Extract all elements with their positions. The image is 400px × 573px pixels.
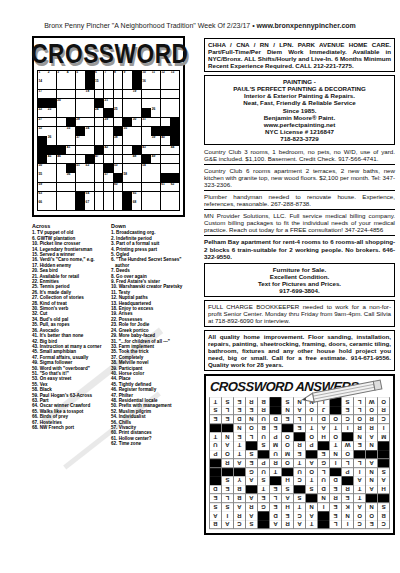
answer-cell: O (222, 451, 234, 459)
grid-cell[interactable]: 46 (57, 155, 66, 164)
grid-cell[interactable] (142, 136, 151, 145)
cell-number: 11 (152, 71, 155, 74)
cell-number: 45 (48, 155, 52, 158)
answer-cell: W (342, 442, 354, 450)
grid-cell[interactable] (47, 164, 56, 173)
answer-cell: C (234, 521, 246, 529)
grid-cell[interactable] (132, 164, 141, 173)
grid-cell[interactable] (114, 201, 123, 210)
grid-cell[interactable] (76, 146, 85, 155)
answer-black-cell (282, 424, 294, 432)
grid-cell[interactable] (114, 90, 123, 99)
grid-cell[interactable] (76, 173, 85, 182)
answers-box: CROSSWORD ANSWERS CECILTARASCABBOONEACED… (204, 374, 395, 534)
grid-cell[interactable]: 7 (104, 71, 113, 80)
grid-cell[interactable]: 66 (38, 201, 47, 210)
grid-cell[interactable] (132, 108, 141, 117)
grid-cell[interactable] (57, 80, 66, 89)
grid-cell[interactable]: 25 (114, 108, 123, 117)
grid-cell[interactable] (76, 90, 85, 99)
grid-cell[interactable] (142, 201, 151, 210)
grid-cell[interactable] (104, 127, 113, 136)
grid-cell[interactable]: 40 (161, 136, 170, 145)
grid-cell[interactable]: 33 (66, 127, 75, 136)
answer-cell: C (378, 521, 390, 529)
grid-cell[interactable]: 34 (85, 127, 94, 136)
grid-cell[interactable] (151, 80, 160, 89)
grid-cell[interactable] (95, 118, 104, 127)
grid-cell[interactable]: 45 (47, 155, 56, 164)
grid-cell[interactable] (114, 118, 123, 127)
cell-number: 61 (161, 183, 165, 186)
grid-cell[interactable] (95, 164, 104, 173)
grid-cell[interactable] (142, 127, 151, 136)
grid-cell[interactable] (170, 201, 179, 210)
answer-cell: J (318, 407, 330, 415)
grid-cell[interactable] (104, 192, 113, 201)
grid-cell[interactable]: 20 (57, 99, 66, 108)
grid-cell[interactable]: 67 (85, 201, 94, 210)
cell-number: 32 (38, 127, 42, 130)
grid-cell[interactable]: 8 (114, 71, 123, 80)
black-cell (66, 118, 75, 127)
grid-cell[interactable] (57, 118, 66, 127)
answer-cell: I (342, 521, 354, 529)
grid-cell[interactable] (151, 146, 160, 155)
answer-cell: A (234, 459, 246, 467)
grid-cell[interactable] (170, 99, 179, 108)
grid-cell[interactable]: 24 (95, 108, 104, 117)
answer-cell: A (210, 512, 222, 520)
grid-cell[interactable]: 4 (66, 71, 75, 80)
grid-cell[interactable] (57, 173, 66, 182)
answer-cell: E (294, 424, 306, 432)
answer-cell: E (354, 442, 366, 450)
grid-cell[interactable]: 16 (142, 80, 151, 89)
grid-cell[interactable] (132, 136, 141, 145)
grid-cell[interactable] (47, 192, 56, 201)
answer-cell: R (270, 459, 282, 467)
cell-number: 15 (95, 80, 99, 83)
answer-cell: E (234, 407, 246, 415)
cell-number: 16 (142, 80, 146, 83)
grid-cell[interactable]: 53 (114, 164, 123, 173)
answer-cell: U (258, 416, 270, 424)
answer-black-cell (306, 494, 318, 502)
answers-title: CROSSWORD ANSWERS (209, 379, 390, 394)
ad-line: Interior & Exterior Painting & Repairs. (208, 92, 391, 99)
across-clues: Across 1. TV puppet of old6. GWTW planta… (32, 223, 106, 447)
grid-cell[interactable]: 58 (123, 173, 132, 182)
grid-cell[interactable] (151, 164, 160, 173)
grid-cell[interactable] (66, 108, 75, 117)
grid-cell[interactable]: 39 (151, 136, 160, 145)
grid-cell[interactable] (47, 90, 56, 99)
grid-cell[interactable] (66, 80, 75, 89)
grid-cell[interactable]: 38 (114, 136, 123, 145)
grid-cell[interactable] (57, 183, 66, 192)
grid-cell[interactable] (161, 146, 170, 155)
cell-number: 52 (86, 164, 90, 167)
grid-cell[interactable] (95, 90, 104, 99)
grid-cell[interactable] (95, 173, 104, 182)
classified-ad: Pelham Bay apartment for rent-4 rooms to… (204, 238, 395, 259)
answer-cell: A (366, 433, 378, 441)
cell-number: 5 (76, 71, 78, 74)
answer-cell: A (378, 477, 390, 485)
answer-cell: A (366, 486, 378, 494)
grid-cell[interactable] (123, 146, 132, 155)
answer-cell: E (282, 416, 294, 424)
cell-number: 44 (171, 146, 175, 149)
grid-cell[interactable]: 30 (132, 118, 141, 127)
answer-cell: S (294, 494, 306, 502)
grid-cell[interactable] (161, 108, 170, 117)
black-cell (132, 146, 141, 155)
answer-cell: R (258, 407, 270, 415)
grid-cell[interactable] (85, 108, 94, 117)
answer-cell: S (258, 477, 270, 485)
answer-cell: D (330, 477, 342, 485)
grid-cell[interactable]: 17 (38, 90, 47, 99)
grid-cell[interactable] (142, 183, 151, 192)
grid-cell[interactable] (85, 136, 94, 145)
grid-cell[interactable] (57, 136, 66, 145)
answer-cell: A (366, 459, 378, 467)
answer-cell: O (282, 442, 294, 450)
answer-cell: A (306, 459, 318, 467)
grid-cell[interactable] (142, 173, 151, 182)
black-cell (170, 118, 179, 127)
grid-cell[interactable] (161, 192, 170, 201)
grid-cell[interactable]: 13 (170, 71, 179, 80)
grid-cell[interactable]: 47 (95, 155, 104, 164)
grid-cell[interactable] (161, 201, 170, 210)
cell-number: 38 (114, 136, 118, 139)
grid-cell[interactable]: 43 (142, 146, 151, 155)
grid-cell[interactable] (170, 164, 179, 173)
grid-cell[interactable] (57, 192, 66, 201)
grid-cell[interactable] (170, 108, 179, 117)
answer-cell: G (246, 468, 258, 476)
clue-lists: Across 1. TV puppet of old6. GWTW planta… (32, 223, 185, 447)
grid-cell[interactable] (123, 183, 132, 192)
grid-cell[interactable] (85, 146, 94, 155)
grid-cell[interactable] (123, 90, 132, 99)
grid-cell[interactable]: 3 (57, 71, 66, 80)
grid-cell[interactable] (47, 201, 56, 210)
grid-cell[interactable] (95, 201, 104, 210)
grid-cell[interactable] (57, 201, 66, 210)
grid-cell[interactable] (47, 183, 56, 192)
answer-cell: R (234, 512, 246, 520)
answer-cell: B (258, 398, 270, 406)
grid-cell[interactable] (66, 192, 75, 201)
grid-cell[interactable] (76, 183, 85, 192)
answer-cell: I (318, 398, 330, 406)
grid-cell[interactable]: 48 (132, 155, 141, 164)
answer-cell: I (222, 512, 234, 520)
masthead: Bronx Penny Pincher "A Neighborhood Trad… (0, 22, 400, 29)
grid-cell[interactable] (151, 173, 160, 182)
answer-cell: C (378, 416, 390, 424)
grid-cell[interactable] (95, 127, 104, 136)
grid-cell[interactable]: 19 (132, 90, 141, 99)
answer-cell: U (318, 477, 330, 485)
grid-cell[interactable] (151, 201, 160, 210)
grid-cell[interactable]: 23 (47, 108, 56, 117)
grid-cell[interactable]: 60 (114, 183, 123, 192)
grid-cell[interactable]: 54 (142, 164, 151, 173)
grid-cell[interactable]: 32 (38, 127, 47, 136)
answer-cell: T (234, 442, 246, 450)
grid-cell[interactable]: 52 (85, 164, 94, 173)
answer-cell: R (282, 521, 294, 529)
cell-number: 58 (123, 173, 127, 176)
grid-cell[interactable] (170, 155, 179, 164)
grid-cell[interactable] (114, 80, 123, 89)
grid-cell[interactable] (161, 164, 170, 173)
grid-cell[interactable] (151, 90, 160, 99)
grid-cell[interactable] (104, 90, 113, 99)
answer-cell: T (330, 442, 342, 450)
grid-cell[interactable]: 41 (66, 146, 75, 155)
answer-cell: O (366, 407, 378, 415)
grid-cell[interactable] (76, 108, 85, 117)
grid-cell[interactable]: 27 (38, 118, 47, 127)
grid-cell[interactable] (95, 136, 104, 145)
grid-cell[interactable] (104, 201, 113, 210)
answer-cell: O (282, 433, 294, 441)
grid-cell[interactable]: 2 (47, 71, 56, 80)
grid-cell[interactable] (66, 201, 75, 210)
answer-cell: S (246, 451, 258, 459)
answer-cell: L (354, 459, 366, 467)
grid-cell[interactable] (161, 118, 170, 127)
answer-cell: E (318, 451, 330, 459)
grid-cell[interactable] (123, 108, 132, 117)
crossword-title: CROSSWORD (37, 42, 180, 66)
grid-cell[interactable] (161, 99, 170, 108)
grid-cell[interactable]: 22 (38, 108, 47, 117)
black-cell (104, 108, 113, 117)
cell-number: 65 (133, 192, 137, 195)
grid-cell[interactable] (161, 80, 170, 89)
grid-cell[interactable] (66, 183, 75, 192)
grid-cell[interactable] (57, 164, 66, 173)
answer-black-cell (306, 451, 318, 459)
grid-cell[interactable] (170, 80, 179, 89)
grid-cell[interactable] (170, 192, 179, 201)
grid-cell[interactable] (85, 173, 94, 182)
answer-cell: A (354, 503, 366, 511)
black-cell (123, 192, 132, 201)
classified-ad: FULL CHARGE BOOKKEEPER needed to work fo… (204, 300, 395, 327)
grid-cell[interactable]: 28 (76, 118, 85, 127)
answer-cell: E (282, 512, 294, 520)
grid-cell[interactable] (66, 155, 75, 164)
grid-cell[interactable] (95, 192, 104, 201)
grid-cell[interactable] (123, 99, 132, 108)
grid-cell[interactable]: 61 (161, 183, 170, 192)
black-cell (114, 173, 123, 182)
grid-cell[interactable] (57, 90, 66, 99)
grid-cell[interactable]: 68 (132, 201, 141, 210)
grid-cell[interactable]: 36 (47, 136, 56, 145)
answer-cell: W (366, 398, 378, 406)
cell-number: 42 (105, 146, 109, 149)
grid-cell[interactable] (66, 90, 75, 99)
answer-cell: R (294, 442, 306, 450)
grid-cell[interactable] (85, 118, 94, 127)
grid-cell[interactable]: 21 (104, 99, 113, 108)
answer-cell: S (282, 486, 294, 494)
grid-cell[interactable]: 26 (151, 108, 160, 117)
cell-number: 24 (95, 108, 99, 111)
grid-cell[interactable]: 11 (151, 71, 160, 80)
answer-cell: C (342, 416, 354, 424)
answer-black-cell (294, 486, 306, 494)
classified-ads: CHHA / CNA / RN / LPN. PARK AVENUE HOME … (204, 38, 395, 371)
answer-cell: L (342, 459, 354, 467)
grid-cell[interactable] (104, 183, 113, 192)
grid-cell[interactable] (123, 155, 132, 164)
grid-cell[interactable] (142, 99, 151, 108)
grid-cell[interactable] (123, 80, 132, 89)
grid-cell[interactable]: 5 (76, 71, 85, 80)
answer-cell: T (354, 486, 366, 494)
grid-cell[interactable] (104, 80, 113, 89)
answer-cell: H (318, 433, 330, 441)
cell-number: 47 (95, 155, 99, 158)
grid-cell[interactable] (114, 146, 123, 155)
grid-cell[interactable]: 9 (123, 71, 132, 80)
grid-cell[interactable]: 49 (151, 155, 160, 164)
grid-cell[interactable]: 14 (38, 80, 47, 89)
grid-cell[interactable] (66, 99, 75, 108)
grid-cell[interactable]: 62 (170, 183, 179, 192)
grid-cell[interactable] (76, 99, 85, 108)
answer-cell: O (378, 398, 390, 406)
grid-cell[interactable]: 29 (104, 118, 113, 127)
grid-cell[interactable]: 35 (123, 127, 132, 136)
grid-cell[interactable] (47, 118, 56, 127)
grid-cell[interactable]: 55 (38, 173, 47, 182)
answer-cell: S (258, 442, 270, 450)
answer-cell: T (330, 424, 342, 432)
answer-cell: D (234, 416, 246, 424)
answer-cell: T (270, 468, 282, 476)
cell-number: 59 (38, 183, 42, 186)
grid-cell[interactable] (57, 127, 66, 136)
grid-cell[interactable]: 51 (76, 164, 85, 173)
clue-item: 62. Time zone (111, 441, 185, 446)
answer-cell: P (342, 468, 354, 476)
grid-cell[interactable] (161, 155, 170, 164)
answer-black-cell (378, 494, 390, 502)
grid-cell[interactable] (104, 155, 113, 164)
answer-cell: C (294, 512, 306, 520)
answer-cell: E (234, 433, 246, 441)
grid-cell[interactable] (170, 90, 179, 99)
grid-cell[interactable] (132, 99, 141, 108)
answer-cell: R (246, 503, 258, 511)
black-cell (161, 173, 170, 182)
grid-cell[interactable]: 37 (76, 136, 85, 145)
grid-cell[interactable] (142, 90, 151, 99)
cell-number: 25 (114, 108, 118, 111)
grid-cell[interactable] (161, 90, 170, 99)
classified-ad: Country Club 3 rooms, 1 bedroom, no pets… (204, 148, 395, 165)
answer-cell: E (294, 451, 306, 459)
answer-cell: N (342, 512, 354, 520)
answer-black-cell (330, 468, 342, 476)
grid-cell[interactable] (57, 108, 66, 117)
grid-cell[interactable] (104, 136, 113, 145)
grid-cell[interactable]: 15 (95, 80, 104, 89)
grid-cell[interactable]: 31 (142, 118, 151, 127)
answer-cell: A (246, 477, 258, 485)
cell-number: 6 (95, 71, 97, 74)
answer-cell: D (210, 486, 222, 494)
grid-cell[interactable] (85, 99, 94, 108)
black-cell (142, 108, 151, 117)
grid-cell[interactable]: 12 (161, 71, 170, 80)
grid-cell[interactable] (132, 127, 141, 136)
grid-cell[interactable] (95, 183, 104, 192)
crossword-box: CROSSWORD 123456789101112131415161718192… (32, 36, 185, 217)
grid-cell[interactable] (132, 173, 141, 182)
answer-black-cell (378, 451, 390, 459)
answer-cell: L (354, 407, 366, 415)
grid-cell[interactable]: 44 (170, 146, 179, 155)
cell-number: 31 (142, 118, 146, 121)
answer-black-cell (222, 424, 234, 432)
grid-cell[interactable] (123, 136, 132, 145)
grid-cell[interactable] (151, 192, 160, 201)
grid-cell[interactable]: 18 (85, 90, 94, 99)
answer-cell: E (246, 407, 258, 415)
cell-number: 21 (105, 99, 109, 102)
down-heading: Down (111, 223, 185, 229)
answer-cell: S (222, 503, 234, 511)
grid-cell[interactable] (47, 173, 56, 182)
grid-cell[interactable]: 42 (104, 146, 113, 155)
grid-cell[interactable] (151, 118, 160, 127)
answer-cell: D (270, 416, 282, 424)
grid-cell[interactable] (66, 136, 75, 145)
answer-cell: A (246, 494, 258, 502)
grid-cell[interactable] (151, 183, 160, 192)
answer-cell: P (270, 433, 282, 441)
answer-black-cell (246, 486, 258, 494)
answer-cell: R (246, 398, 258, 406)
grid-cell[interactable]: 57 (104, 173, 113, 182)
grid-cell[interactable] (76, 80, 85, 89)
answer-cell: S (222, 477, 234, 485)
answer-cell: O (342, 451, 354, 459)
grid-cell[interactable] (142, 192, 151, 201)
answer-cell: S (378, 468, 390, 476)
grid-cell[interactable]: 56 (66, 173, 75, 182)
cell-number: 66 (38, 201, 42, 204)
grid-cell[interactable] (114, 192, 123, 201)
answer-cell: N (366, 477, 378, 485)
answer-cell: O (354, 512, 366, 520)
cell-number: 8 (114, 71, 116, 74)
answer-cell: L (294, 416, 306, 424)
grid-cell[interactable] (47, 80, 56, 89)
